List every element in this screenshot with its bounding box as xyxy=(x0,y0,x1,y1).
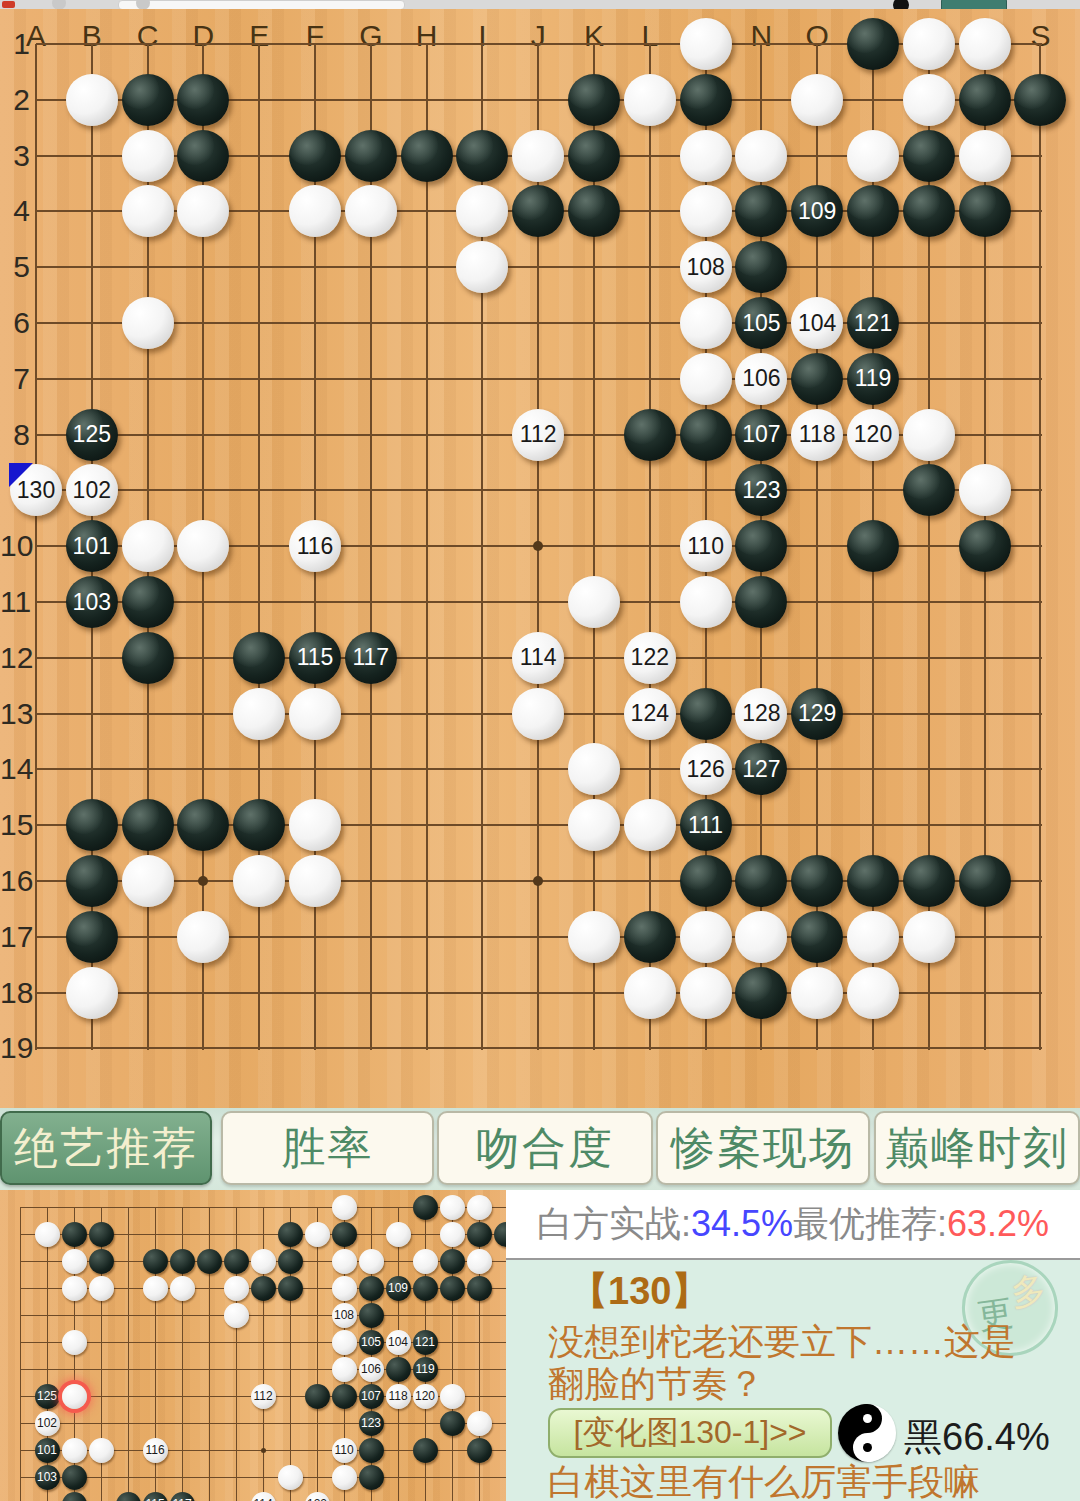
stone-R2[interactable] xyxy=(959,74,1011,126)
stone-L18[interactable] xyxy=(624,967,676,1019)
move-number: 115 xyxy=(297,646,334,669)
thumb-stone-Q2 xyxy=(440,1222,465,1247)
stone-N6[interactable]: 105 xyxy=(735,297,787,349)
stone-K11[interactable] xyxy=(568,576,620,628)
thumb-stone-R10 xyxy=(467,1438,492,1463)
move-number: 111 xyxy=(688,814,723,837)
move-number: 120 xyxy=(854,423,892,446)
row-label-10: 10 xyxy=(0,529,30,563)
thumb-stone-F4 xyxy=(143,1276,168,1301)
stone-F15[interactable] xyxy=(289,799,341,851)
stone-D17[interactable] xyxy=(177,911,229,963)
tab-bar: 绝艺推荐胜率吻合度惨案现场巅峰时刻 xyxy=(0,1108,1080,1190)
stone-B16[interactable] xyxy=(66,855,118,907)
stone-M15[interactable]: 111 xyxy=(680,799,732,851)
stone-R10[interactable] xyxy=(959,520,1011,572)
move-number: 101 xyxy=(73,535,111,558)
move-number: 119 xyxy=(855,367,892,390)
thumb-stone-B2 xyxy=(35,1222,60,1247)
stone-M14[interactable]: 126 xyxy=(680,743,732,795)
row-label-1: 1 xyxy=(0,27,30,61)
stone-D2[interactable] xyxy=(177,74,229,126)
stone-J13[interactable] xyxy=(512,688,564,740)
thumb-stone-F10: 116 xyxy=(143,1438,168,1463)
thumb-stone-C6 xyxy=(62,1330,87,1355)
thumb-stone-I3 xyxy=(224,1249,249,1274)
move-number: 105 xyxy=(742,312,780,335)
move-number: 128 xyxy=(742,702,780,725)
stone-P8[interactable]: 120 xyxy=(847,409,899,461)
stone-N7[interactable]: 106 xyxy=(735,353,787,405)
move-number: 103 xyxy=(73,591,111,614)
row-label-19: 19 xyxy=(0,1031,30,1065)
tab-3[interactable]: 吻合度 xyxy=(437,1111,653,1185)
stone-L13[interactable]: 124 xyxy=(624,688,676,740)
stone-C16[interactable] xyxy=(122,855,174,907)
stone-D10[interactable] xyxy=(177,520,229,572)
thumb-stone-S2 xyxy=(494,1222,507,1247)
stone-B17[interactable] xyxy=(66,911,118,963)
stone-B10[interactable]: 101 xyxy=(66,520,118,572)
stone-Q17[interactable] xyxy=(903,911,955,963)
stone-K17[interactable] xyxy=(568,911,620,963)
stone-P6[interactable]: 121 xyxy=(847,297,899,349)
move-number: 123 xyxy=(742,479,780,502)
thumb-stone-Q4 xyxy=(440,1276,465,1301)
thumb-stone-P6: 121 xyxy=(413,1330,438,1355)
thumb-stone-N9: 123 xyxy=(359,1411,384,1436)
move-number-title: 【130】 xyxy=(570,1266,709,1317)
stone-M1[interactable] xyxy=(680,18,732,70)
thumb-stone-R4 xyxy=(467,1276,492,1301)
stone-E16[interactable] xyxy=(233,855,285,907)
stone-P7[interactable]: 119 xyxy=(847,353,899,405)
stone-C4[interactable] xyxy=(122,185,174,237)
stone-N3[interactable] xyxy=(735,130,787,182)
thumb-stone-C2 xyxy=(62,1222,87,1247)
thumb-stone-L2 xyxy=(305,1222,330,1247)
grid-hline xyxy=(36,768,1042,770)
row-label-18: 18 xyxy=(0,976,30,1010)
thumb-stone-O6: 104 xyxy=(386,1330,411,1355)
tab-2[interactable]: 胜率 xyxy=(221,1111,434,1185)
thumb-grid-vline xyxy=(20,1207,21,1501)
stone-E13[interactable] xyxy=(233,688,285,740)
stone-K14[interactable] xyxy=(568,743,620,795)
stone-L2[interactable] xyxy=(624,74,676,126)
stone-E12[interactable] xyxy=(233,632,285,684)
thumb-stone-M5: 108 xyxy=(332,1303,357,1328)
stone-N16[interactable] xyxy=(735,855,787,907)
thumb-stone-Q8 xyxy=(440,1384,465,1409)
thumb-stone-K2 xyxy=(278,1222,303,1247)
variation-diagram-button[interactable]: [变化图130-1]>> xyxy=(548,1408,832,1458)
thumb-stone-M2 xyxy=(332,1222,357,1247)
thumb-stone-O2 xyxy=(386,1222,411,1247)
stone-N17[interactable] xyxy=(735,911,787,963)
row-label-4: 4 xyxy=(0,194,30,228)
thumb-stone-C10 xyxy=(62,1438,87,1463)
grid-vline xyxy=(1039,44,1041,1050)
thumb-stone-M10: 110 xyxy=(332,1438,357,1463)
stone-P17[interactable] xyxy=(847,911,899,963)
thumb-stone-G4 xyxy=(170,1276,195,1301)
stone-N8[interactable]: 107 xyxy=(735,409,787,461)
grid-vline xyxy=(649,44,651,1050)
thumb-stone-D4 xyxy=(89,1276,114,1301)
stone-P4[interactable] xyxy=(847,185,899,237)
thumb-stone-R1 xyxy=(467,1195,492,1220)
stone-P18[interactable] xyxy=(847,967,899,1019)
stone-K2[interactable] xyxy=(568,74,620,126)
move-number: 118 xyxy=(799,423,836,446)
thumb-grid-hline xyxy=(20,1477,506,1478)
thumb-stone-R3 xyxy=(467,1249,492,1274)
stone-Q8[interactable] xyxy=(903,409,955,461)
stone-F16[interactable] xyxy=(289,855,341,907)
stone-L15[interactable] xyxy=(624,799,676,851)
thumb-stone-F12: 115 xyxy=(143,1492,168,1501)
grid-hline xyxy=(36,489,1042,491)
stone-J3[interactable] xyxy=(512,130,564,182)
stone-I4[interactable] xyxy=(456,185,508,237)
thumb-stone-N4 xyxy=(359,1276,384,1301)
stone-E15[interactable] xyxy=(233,799,285,851)
thumb-grid-vline xyxy=(317,1207,318,1501)
row-label-14: 14 xyxy=(0,752,30,786)
move-number: 109 xyxy=(798,200,836,223)
thumb-stone-B10: 101 xyxy=(35,1438,60,1463)
commentary-line2: 翻脸的节奏？ xyxy=(548,1360,764,1409)
move-number: 129 xyxy=(798,702,836,725)
more-badge-char2: 多 xyxy=(1008,1266,1049,1317)
stone-O13[interactable]: 129 xyxy=(791,688,843,740)
thumb-stone-J3 xyxy=(251,1249,276,1274)
stone-O8[interactable]: 118 xyxy=(791,409,843,461)
stone-N5[interactable] xyxy=(735,241,787,293)
thumb-stone-D3 xyxy=(89,1249,114,1274)
thumb-stone-D2 xyxy=(89,1222,114,1247)
thumb-stone-P8: 120 xyxy=(413,1384,438,1409)
stone-M5[interactable]: 108 xyxy=(680,241,732,293)
row-label-13: 13 xyxy=(0,697,30,731)
thumb-stone-P3 xyxy=(413,1249,438,1274)
row-label-2: 2 xyxy=(0,83,30,117)
stone-N10[interactable] xyxy=(735,520,787,572)
stone-R4[interactable] xyxy=(959,185,1011,237)
row-label-8: 8 xyxy=(0,418,30,452)
move-number: 122 xyxy=(631,646,669,669)
app-screen: ABCDEFGHIJKLMNOPQRS123456789101112131415… xyxy=(0,0,1080,1501)
stone-N9[interactable]: 123 xyxy=(735,464,787,516)
stone-M6[interactable] xyxy=(680,297,732,349)
row-label-7: 7 xyxy=(0,362,30,396)
stone-C3[interactable] xyxy=(122,130,174,182)
stone-N18[interactable] xyxy=(735,967,787,1019)
stone-C10[interactable] xyxy=(122,520,174,572)
stone-O16[interactable] xyxy=(791,855,843,907)
thumb-stone-B8: 125 xyxy=(35,1384,60,1409)
thumb-stone-C4 xyxy=(62,1276,87,1301)
toolbar-red-icon xyxy=(2,1,15,8)
stone-M10[interactable]: 110 xyxy=(680,520,732,572)
thumb-stone-L8 xyxy=(305,1384,330,1409)
move-number: 110 xyxy=(687,535,724,558)
stone-R1[interactable] xyxy=(959,18,1011,70)
thumb-stone-L12: 122 xyxy=(305,1492,330,1501)
row-label-3: 3 xyxy=(0,139,30,173)
go-board[interactable]: ABCDEFGHIJKLMNOPQRS123456789101112131415… xyxy=(0,9,1080,1108)
thumb-stone-E12 xyxy=(116,1492,141,1501)
stone-K3[interactable] xyxy=(568,130,620,182)
thumb-stone-N8: 107 xyxy=(359,1384,384,1409)
stone-J12[interactable]: 114 xyxy=(512,632,564,684)
thumb-stone-Q3 xyxy=(440,1249,465,1274)
stone-B8[interactable]: 125 xyxy=(66,409,118,461)
thumb-stone-H3 xyxy=(197,1249,222,1274)
stone-P10[interactable] xyxy=(847,520,899,572)
stone-J8[interactable]: 112 xyxy=(512,409,564,461)
stone-N14[interactable]: 127 xyxy=(735,743,787,795)
stone-O2[interactable] xyxy=(791,74,843,126)
stone-M8[interactable] xyxy=(680,409,732,461)
stone-Q9[interactable] xyxy=(903,464,955,516)
thumb-stone-M3 xyxy=(332,1249,357,1274)
variation-thumbnail-board[interactable]: 1091081051041211061191251121071181201021… xyxy=(0,1190,506,1501)
stone-C2[interactable] xyxy=(122,74,174,126)
stone-P16[interactable] xyxy=(847,855,899,907)
thumb-stone-M4 xyxy=(332,1276,357,1301)
stone-K4[interactable] xyxy=(568,185,620,237)
stone-R16[interactable] xyxy=(959,855,1011,907)
grid-vline xyxy=(426,44,428,1050)
stone-D3[interactable] xyxy=(177,130,229,182)
stone-O6[interactable]: 104 xyxy=(791,297,843,349)
thumb-grid-vline xyxy=(128,1207,129,1501)
commentary-line3: 白棋这里有什么厉害手段嘛 xyxy=(548,1458,980,1501)
thumb-stone-B9: 102 xyxy=(35,1411,60,1436)
stone-B15[interactable] xyxy=(66,799,118,851)
stone-M16[interactable] xyxy=(680,855,732,907)
stone-N11[interactable] xyxy=(735,576,787,628)
grid-vline xyxy=(35,44,37,1050)
grid-hline xyxy=(36,1047,1042,1049)
thumb-stone-I5 xyxy=(224,1303,249,1328)
thumb-stone-C11 xyxy=(62,1465,87,1490)
thumb-stone-G3 xyxy=(170,1249,195,1274)
star-point-D16 xyxy=(198,876,208,886)
stone-L8[interactable] xyxy=(624,409,676,461)
stone-O7[interactable] xyxy=(791,353,843,405)
stone-L12[interactable]: 122 xyxy=(624,632,676,684)
thumb-stone-J4 xyxy=(251,1276,276,1301)
stone-I5[interactable] xyxy=(456,241,508,293)
thumb-stone-F3 xyxy=(143,1249,168,1274)
grid-hline xyxy=(36,266,1042,268)
thumb-stone-N10 xyxy=(359,1438,384,1463)
winrate-stats-bar: 白方实战:34.5%最优推荐:63.2% xyxy=(506,1190,1080,1258)
stone-B11[interactable]: 103 xyxy=(66,576,118,628)
stone-R3[interactable] xyxy=(959,130,1011,182)
thumb-stone-O8: 118 xyxy=(386,1384,411,1409)
thumb-stone-M8 xyxy=(332,1384,357,1409)
stone-C6[interactable] xyxy=(122,297,174,349)
stone-Q4[interactable] xyxy=(903,185,955,237)
move-number: 127 xyxy=(742,758,780,781)
thumb-stone-R9 xyxy=(467,1411,492,1436)
thumb-stone-N6: 105 xyxy=(359,1330,384,1355)
stone-M2[interactable] xyxy=(680,74,732,126)
white-actual-label: 白方实战: xyxy=(537,1200,691,1249)
stone-D15[interactable] xyxy=(177,799,229,851)
thumb-stone-P1 xyxy=(413,1195,438,1220)
thumb-stone-N5 xyxy=(359,1303,384,1328)
grid-hline xyxy=(36,601,1042,603)
stone-M11[interactable] xyxy=(680,576,732,628)
last-move-marker xyxy=(9,463,33,487)
thumb-stone-P4 xyxy=(413,1276,438,1301)
thumb-stone-M6 xyxy=(332,1330,357,1355)
thumb-star-J10 xyxy=(261,1448,266,1453)
stone-B18[interactable] xyxy=(66,967,118,1019)
move-number: 112 xyxy=(520,423,557,446)
stone-F3[interactable] xyxy=(289,130,341,182)
thumb-stone-M11 xyxy=(332,1465,357,1490)
thumb-stone-C3 xyxy=(62,1249,87,1274)
stone-Q16[interactable] xyxy=(903,855,955,907)
stone-Q2[interactable] xyxy=(903,74,955,126)
stone-M4[interactable] xyxy=(680,185,732,237)
thumb-stone-R2 xyxy=(467,1222,492,1247)
row-label-16: 16 xyxy=(0,864,30,898)
move-number: 107 xyxy=(742,423,780,446)
stone-I3[interactable] xyxy=(456,130,508,182)
stone-H3[interactable] xyxy=(401,130,453,182)
stone-M3[interactable] xyxy=(680,130,732,182)
thumb-stone-C12 xyxy=(62,1492,87,1501)
thumb-stone-J8: 112 xyxy=(251,1384,276,1409)
thumb-stone-N7: 106 xyxy=(359,1357,384,1382)
stone-F10[interactable]: 116 xyxy=(289,520,341,572)
move-number: 125 xyxy=(73,423,111,446)
thumb-stone-N3 xyxy=(359,1249,384,1274)
white-actual-value: 34.5% xyxy=(691,1203,793,1245)
stone-K15[interactable] xyxy=(568,799,620,851)
yinyang-icon xyxy=(838,1404,896,1462)
best-move-label: 最优推荐: xyxy=(793,1200,947,1249)
stone-N13[interactable]: 128 xyxy=(735,688,787,740)
row-label-6: 6 xyxy=(0,306,30,340)
stone-P1[interactable] xyxy=(847,18,899,70)
stone-D4[interactable] xyxy=(177,185,229,237)
thumb-stone-M1 xyxy=(332,1195,357,1220)
star-point-J16 xyxy=(533,876,543,886)
thumb-stone-O7 xyxy=(386,1357,411,1382)
stone-M13[interactable] xyxy=(680,688,732,740)
thumb-stone-K11 xyxy=(278,1465,303,1490)
tab-4[interactable]: 惨案现场 xyxy=(656,1111,870,1185)
row-label-15: 15 xyxy=(0,808,30,842)
stone-R9[interactable] xyxy=(959,464,1011,516)
thumb-stone-M7 xyxy=(332,1357,357,1382)
move-number: 104 xyxy=(798,312,836,335)
best-move-value: 63.2% xyxy=(947,1203,1049,1245)
stone-C15[interactable] xyxy=(122,799,174,851)
stone-M17[interactable] xyxy=(680,911,732,963)
stone-C11[interactable] xyxy=(122,576,174,628)
stone-F13[interactable] xyxy=(289,688,341,740)
row-label-11: 11 xyxy=(0,585,30,619)
stone-O17[interactable] xyxy=(791,911,843,963)
thumb-stone-Q9 xyxy=(440,1411,465,1436)
stone-M18[interactable] xyxy=(680,967,732,1019)
stone-C12[interactable] xyxy=(122,632,174,684)
stone-M7[interactable] xyxy=(680,353,732,405)
thumb-stone-I4 xyxy=(224,1276,249,1301)
thumb-stone-D10 xyxy=(89,1438,114,1463)
move-number: 126 xyxy=(686,758,724,781)
thumb-stone-O4: 109 xyxy=(386,1276,411,1301)
move-number: 124 xyxy=(631,702,669,725)
stone-F12[interactable]: 115 xyxy=(289,632,341,684)
thumb-stone-G12: 117 xyxy=(170,1492,195,1501)
move-number: 121 xyxy=(854,312,892,335)
move-number: 106 xyxy=(742,367,780,390)
stone-L17[interactable] xyxy=(624,911,676,963)
thumb-stone-N11 xyxy=(359,1465,384,1490)
stone-Q3[interactable] xyxy=(903,130,955,182)
tab-1[interactable]: 绝艺推荐 xyxy=(0,1111,212,1185)
stone-O4[interactable]: 109 xyxy=(791,185,843,237)
thumb-stone-J12: 114 xyxy=(251,1492,276,1501)
stone-B2[interactable] xyxy=(66,74,118,126)
move-number: 116 xyxy=(297,535,334,558)
move-number: 108 xyxy=(686,256,724,279)
variation-result: 黑66.4% xyxy=(904,1412,1050,1463)
stone-J4[interactable] xyxy=(512,185,564,237)
move-number: 114 xyxy=(520,646,557,669)
star-point-J10 xyxy=(533,541,543,551)
stone-G3[interactable] xyxy=(345,130,397,182)
thumb-stone-P7: 119 xyxy=(413,1357,438,1382)
thumb-stone-Q1 xyxy=(440,1195,465,1220)
row-label-17: 17 xyxy=(0,920,30,954)
stone-G12[interactable]: 117 xyxy=(345,632,397,684)
stone-B9[interactable]: 102 xyxy=(66,464,118,516)
row-label-12: 12 xyxy=(0,641,30,675)
stone-P3[interactable] xyxy=(847,130,899,182)
stone-O18[interactable] xyxy=(791,967,843,1019)
stone-N4[interactable] xyxy=(735,185,787,237)
move-number: 117 xyxy=(352,646,389,669)
stone-G4[interactable] xyxy=(345,185,397,237)
thumb-variation-stone-C8 xyxy=(62,1384,87,1409)
row-label-5: 5 xyxy=(0,250,30,284)
thumb-stone-K4 xyxy=(278,1276,303,1301)
stone-Q1[interactable] xyxy=(903,18,955,70)
tab-5[interactable]: 巅峰时刻 xyxy=(874,1111,1080,1185)
thumb-stone-P10 xyxy=(413,1438,438,1463)
stone-F4[interactable] xyxy=(289,185,341,237)
move-number: 102 xyxy=(73,479,111,502)
thumb-stone-K3 xyxy=(278,1249,303,1274)
stone-S2[interactable] xyxy=(1014,74,1066,126)
thumb-stone-B11: 103 xyxy=(35,1465,60,1490)
